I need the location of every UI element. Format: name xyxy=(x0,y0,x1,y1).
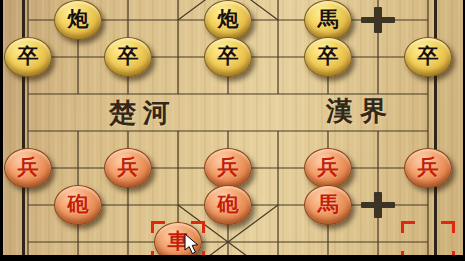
piece-black-soldier[interactable]: 卒 xyxy=(104,37,152,77)
piece-black-cannon[interactable]: 炮 xyxy=(54,0,102,40)
piece-glyph: 卒 xyxy=(218,42,239,70)
piece-black-soldier[interactable]: 卒 xyxy=(204,37,252,77)
piece-red-cannon[interactable]: 砲 xyxy=(54,185,102,225)
piece-red-soldier[interactable]: 兵 xyxy=(404,148,452,188)
piece-glyph: 兵 xyxy=(418,153,439,181)
piece-red-soldier[interactable]: 兵 xyxy=(204,148,252,188)
piece-glyph: 卒 xyxy=(318,42,339,70)
xiangqi-board[interactable]: 楚河 漢界 炮炮馬卒卒卒卒卒兵兵兵兵兵砲砲馬車 xyxy=(3,0,463,255)
river-label-left: 楚河 xyxy=(109,95,177,131)
piece-glyph: 馬 xyxy=(318,190,339,218)
piece-glyph: 馬 xyxy=(318,5,339,33)
piece-glyph: 炮 xyxy=(68,5,89,33)
piece-black-soldier[interactable]: 卒 xyxy=(4,37,52,77)
piece-red-soldier[interactable]: 兵 xyxy=(104,148,152,188)
piece-glyph: 兵 xyxy=(218,153,239,181)
piece-glyph: 兵 xyxy=(18,153,39,181)
piece-black-soldier[interactable]: 卒 xyxy=(304,37,352,77)
piece-red-chariot-selected[interactable]: 車 xyxy=(154,222,202,255)
piece-glyph: 卒 xyxy=(118,42,139,70)
piece-glyph: 砲 xyxy=(68,190,89,218)
piece-red-soldier[interactable]: 兵 xyxy=(304,148,352,188)
piece-glyph: 兵 xyxy=(118,153,139,181)
cannon-point-marker xyxy=(361,192,395,218)
piece-black-soldier[interactable]: 卒 xyxy=(404,37,452,77)
piece-glyph: 卒 xyxy=(18,42,39,70)
piece-glyph: 卒 xyxy=(418,42,439,70)
piece-red-soldier[interactable]: 兵 xyxy=(4,148,52,188)
cannon-point-marker xyxy=(361,7,395,33)
video-frame: 楚河 漢界 炮炮馬卒卒卒卒卒兵兵兵兵兵砲砲馬車 xyxy=(0,0,465,261)
piece-black-cannon[interactable]: 炮 xyxy=(204,0,252,40)
piece-glyph: 砲 xyxy=(218,190,239,218)
piece-glyph: 車 xyxy=(168,227,189,255)
piece-glyph: 炮 xyxy=(218,5,239,33)
piece-glyph: 兵 xyxy=(318,153,339,181)
piece-red-horse[interactable]: 馬 xyxy=(304,185,352,225)
river-label-right: 漢界 xyxy=(326,93,394,129)
piece-red-cannon[interactable]: 砲 xyxy=(204,185,252,225)
piece-black-horse[interactable]: 馬 xyxy=(304,0,352,40)
